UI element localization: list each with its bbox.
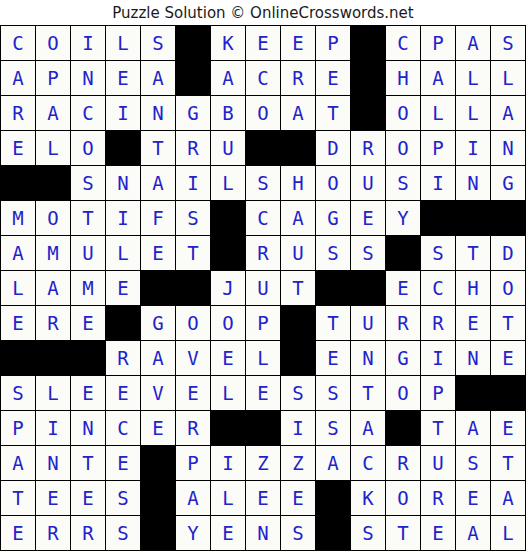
letter-cell-r12c13: T <box>421 411 455 445</box>
letter-cell-r12c11: A <box>351 411 385 445</box>
letter-cell-r4c11: R <box>351 131 385 165</box>
block-cell-r6c14 <box>456 201 490 235</box>
letter-cell-r11c3: E <box>71 376 105 410</box>
letter-cell-r3c6: G <box>176 96 210 130</box>
letter-cell-r5c5: A <box>141 166 175 200</box>
block-cell-r1c6 <box>176 26 210 60</box>
letter-cell-r6c10: G <box>316 201 350 235</box>
letter-cell-r14c6: A <box>176 481 210 515</box>
letter-cell-r10c15: E <box>491 341 525 375</box>
letter-cell-r12c4: C <box>106 411 140 445</box>
letter-cell-r13c7: I <box>211 446 245 480</box>
letter-cell-r14c8: E <box>246 481 280 515</box>
block-cell-r6c7 <box>211 201 245 235</box>
letter-cell-r14c3: E <box>71 481 105 515</box>
letter-cell-r5c6: I <box>176 166 210 200</box>
letter-cell-r9c11: U <box>351 306 385 340</box>
letter-cell-r12c9: I <box>281 411 315 445</box>
letter-cell-r12c15: E <box>491 411 525 445</box>
letter-cell-r2c2: P <box>36 61 70 95</box>
letter-cell-r15c3: R <box>71 516 105 550</box>
letter-cell-r8c12: E <box>386 271 420 305</box>
letter-cell-r9c13: R <box>421 306 455 340</box>
letter-cell-r7c1: A <box>1 236 35 270</box>
block-cell-r11c15 <box>491 376 525 410</box>
block-cell-r3c11 <box>351 96 385 130</box>
letter-cell-r2c5: A <box>141 61 175 95</box>
block-cell-r1c11 <box>351 26 385 60</box>
letter-cell-r3c2: A <box>36 96 70 130</box>
block-cell-r6c15 <box>491 201 525 235</box>
letter-cell-r4c7: U <box>211 131 245 165</box>
letter-cell-r5c13: I <box>421 166 455 200</box>
letter-cell-r2c12: H <box>386 61 420 95</box>
letter-cell-r7c9: U <box>281 236 315 270</box>
letter-cell-r14c15: A <box>491 481 525 515</box>
letter-cell-r15c14: A <box>456 516 490 550</box>
letter-cell-r14c2: E <box>36 481 70 515</box>
letter-cell-r15c1: E <box>1 516 35 550</box>
block-cell-r2c6 <box>176 61 210 95</box>
letter-cell-r6c9: A <box>281 201 315 235</box>
letter-cell-r15c13: E <box>421 516 455 550</box>
letter-cell-r12c3: N <box>71 411 105 445</box>
letter-cell-r13c6: P <box>176 446 210 480</box>
letter-cell-r2c8: C <box>246 61 280 95</box>
letter-cell-r5c12: S <box>386 166 420 200</box>
letter-cell-r11c1: S <box>1 376 35 410</box>
letter-cell-r8c9: T <box>281 271 315 305</box>
block-cell-r9c9 <box>281 306 315 340</box>
letter-cell-r12c2: I <box>36 411 70 445</box>
letter-cell-r1c9: E <box>281 26 315 60</box>
block-cell-r12c7 <box>211 411 245 445</box>
letter-cell-r12c10: S <box>316 411 350 445</box>
letter-cell-r10c5: A <box>141 341 175 375</box>
letter-cell-r6c1: M <box>1 201 35 235</box>
page-title: Puzzle Solution © OnlineCrosswords.net <box>0 0 526 25</box>
letter-cell-r10c4: R <box>106 341 140 375</box>
block-cell-r12c8 <box>246 411 280 445</box>
letter-cell-r4c1: E <box>1 131 35 165</box>
letter-cell-r1c7: K <box>211 26 245 60</box>
block-cell-r6c13 <box>421 201 455 235</box>
letter-cell-r1c1: C <box>1 26 35 60</box>
letter-cell-r14c9: E <box>281 481 315 515</box>
letter-cell-r9c12: R <box>386 306 420 340</box>
letter-cell-r11c6: E <box>176 376 210 410</box>
block-cell-r8c11 <box>351 271 385 305</box>
letter-cell-r3c13: L <box>421 96 455 130</box>
letter-cell-r6c3: T <box>71 201 105 235</box>
letter-cell-r11c8: E <box>246 376 280 410</box>
letter-cell-r15c6: Y <box>176 516 210 550</box>
letter-cell-r1c13: P <box>421 26 455 60</box>
letter-cell-r13c13: U <box>421 446 455 480</box>
letter-cell-r11c11: T <box>351 376 385 410</box>
letter-cell-r2c1: A <box>1 61 35 95</box>
letter-cell-r9c2: R <box>36 306 70 340</box>
letter-cell-r3c4: I <box>106 96 140 130</box>
letter-cell-r5c3: S <box>71 166 105 200</box>
letter-cell-r11c13: P <box>421 376 455 410</box>
letter-cell-r1c14: A <box>456 26 490 60</box>
block-cell-r7c12 <box>386 236 420 270</box>
block-cell-r10c3 <box>71 341 105 375</box>
block-cell-r9c4 <box>106 306 140 340</box>
block-cell-r5c1 <box>1 166 35 200</box>
letter-cell-r3c3: C <box>71 96 105 130</box>
letter-cell-r1c2: O <box>36 26 70 60</box>
letter-cell-r14c1: T <box>1 481 35 515</box>
letter-cell-r8c13: C <box>421 271 455 305</box>
letter-cell-r8c15: O <box>491 271 525 305</box>
letter-cell-r2c3: N <box>71 61 105 95</box>
letter-cell-r9c10: T <box>316 306 350 340</box>
letter-cell-r9c15: T <box>491 306 525 340</box>
letter-cell-r12c5: E <box>141 411 175 445</box>
letter-cell-r13c12: R <box>386 446 420 480</box>
letter-cell-r14c7: L <box>211 481 245 515</box>
letter-cell-r14c11: K <box>351 481 385 515</box>
letter-cell-r1c15: S <box>491 26 525 60</box>
letter-cell-r10c7: E <box>211 341 245 375</box>
letter-cell-r6c8: C <box>246 201 280 235</box>
letter-cell-r12c1: P <box>1 411 35 445</box>
letter-cell-r8c3: M <box>71 271 105 305</box>
letter-cell-r7c8: R <box>246 236 280 270</box>
letter-cell-r13c11: C <box>351 446 385 480</box>
letter-cell-r1c3: I <box>71 26 105 60</box>
letter-cell-r5c15: G <box>491 166 525 200</box>
letter-cell-r15c7: E <box>211 516 245 550</box>
letter-cell-r1c12: C <box>386 26 420 60</box>
letter-cell-r9c8: P <box>246 306 280 340</box>
letter-cell-r13c9: Z <box>281 446 315 480</box>
letter-cell-r5c8: S <box>246 166 280 200</box>
letter-cell-r4c10: D <box>316 131 350 165</box>
letter-cell-r5c11: U <box>351 166 385 200</box>
letter-cell-r10c12: G <box>386 341 420 375</box>
block-cell-r15c10 <box>316 516 350 550</box>
letter-cell-r9c1: E <box>1 306 35 340</box>
crossword-grid: COILSKEEPCPASAPNEAACREHALLRACINGBOATOLLA… <box>0 25 526 551</box>
letter-cell-r14c13: R <box>421 481 455 515</box>
letter-cell-r4c14: I <box>456 131 490 165</box>
letter-cell-r9c5: G <box>141 306 175 340</box>
letter-cell-r15c9: S <box>281 516 315 550</box>
letter-cell-r6c6: S <box>176 201 210 235</box>
letter-cell-r13c15: T <box>491 446 525 480</box>
letter-cell-r7c10: S <box>316 236 350 270</box>
letter-cell-r10c13: I <box>421 341 455 375</box>
letter-cell-r13c4: E <box>106 446 140 480</box>
letter-cell-r9c7: O <box>211 306 245 340</box>
letter-cell-r15c4: S <box>106 516 140 550</box>
letter-cell-r4c3: O <box>71 131 105 165</box>
letter-cell-r15c11: S <box>351 516 385 550</box>
letter-cell-r9c6: O <box>176 306 210 340</box>
block-cell-r8c6 <box>176 271 210 305</box>
letter-cell-r3c5: N <box>141 96 175 130</box>
letter-cell-r10c6: V <box>176 341 210 375</box>
letter-cell-r10c10: E <box>316 341 350 375</box>
letter-cell-r13c3: T <box>71 446 105 480</box>
letter-cell-r5c9: H <box>281 166 315 200</box>
letter-cell-r1c4: L <box>106 26 140 60</box>
letter-cell-r9c14: E <box>456 306 490 340</box>
letter-cell-r7c5: E <box>141 236 175 270</box>
letter-cell-r6c2: O <box>36 201 70 235</box>
letter-cell-r3c1: R <box>1 96 35 130</box>
letter-cell-r11c5: V <box>141 376 175 410</box>
letter-cell-r2c10: E <box>316 61 350 95</box>
letter-cell-r2c14: L <box>456 61 490 95</box>
letter-cell-r11c4: E <box>106 376 140 410</box>
letter-cell-r6c12: Y <box>386 201 420 235</box>
block-cell-r4c4 <box>106 131 140 165</box>
letter-cell-r1c10: P <box>316 26 350 60</box>
letter-cell-r15c12: T <box>386 516 420 550</box>
letter-cell-r2c4: E <box>106 61 140 95</box>
letter-cell-r11c7: L <box>211 376 245 410</box>
letter-cell-r14c12: O <box>386 481 420 515</box>
letter-cell-r13c14: S <box>456 446 490 480</box>
letter-cell-r3c15: A <box>491 96 525 130</box>
letter-cell-r5c7: L <box>211 166 245 200</box>
letter-cell-r8c2: A <box>36 271 70 305</box>
letter-cell-r7c11: S <box>351 236 385 270</box>
letter-cell-r2c7: A <box>211 61 245 95</box>
letter-cell-r1c5: S <box>141 26 175 60</box>
letter-cell-r4c12: O <box>386 131 420 165</box>
letter-cell-r12c14: A <box>456 411 490 445</box>
letter-cell-r2c15: L <box>491 61 525 95</box>
letter-cell-r4c15: N <box>491 131 525 165</box>
letter-cell-r13c8: Z <box>246 446 280 480</box>
block-cell-r4c8 <box>246 131 280 165</box>
letter-cell-r3c7: B <box>211 96 245 130</box>
letter-cell-r5c4: N <box>106 166 140 200</box>
letter-cell-r9c3: E <box>71 306 105 340</box>
letter-cell-r11c12: O <box>386 376 420 410</box>
block-cell-r15c5 <box>141 516 175 550</box>
letter-cell-r11c10: S <box>316 376 350 410</box>
letter-cell-r4c2: L <box>36 131 70 165</box>
letter-cell-r6c4: I <box>106 201 140 235</box>
letter-cell-r3c8: O <box>246 96 280 130</box>
block-cell-r8c10 <box>316 271 350 305</box>
letter-cell-r5c10: O <box>316 166 350 200</box>
block-cell-r7c7 <box>211 236 245 270</box>
block-cell-r4c9 <box>281 131 315 165</box>
letter-cell-r2c9: R <box>281 61 315 95</box>
letter-cell-r13c2: N <box>36 446 70 480</box>
letter-cell-r4c6: R <box>176 131 210 165</box>
letter-cell-r15c8: N <box>246 516 280 550</box>
letter-cell-r7c13: S <box>421 236 455 270</box>
letter-cell-r7c15: D <box>491 236 525 270</box>
letter-cell-r3c9: A <box>281 96 315 130</box>
block-cell-r14c5 <box>141 481 175 515</box>
letter-cell-r3c12: O <box>386 96 420 130</box>
letter-cell-r15c15: L <box>491 516 525 550</box>
letter-cell-r10c14: N <box>456 341 490 375</box>
block-cell-r12c12 <box>386 411 420 445</box>
letter-cell-r4c5: T <box>141 131 175 165</box>
letter-cell-r15c2: R <box>36 516 70 550</box>
block-cell-r14c10 <box>316 481 350 515</box>
letter-cell-r14c14: E <box>456 481 490 515</box>
letter-cell-r8c4: E <box>106 271 140 305</box>
block-cell-r10c2 <box>36 341 70 375</box>
letter-cell-r12c6: R <box>176 411 210 445</box>
letter-cell-r7c2: M <box>36 236 70 270</box>
letter-cell-r7c4: L <box>106 236 140 270</box>
block-cell-r10c1 <box>1 341 35 375</box>
letter-cell-r8c1: L <box>1 271 35 305</box>
letter-cell-r11c9: S <box>281 376 315 410</box>
block-cell-r10c9 <box>281 341 315 375</box>
letter-cell-r7c3: U <box>71 236 105 270</box>
letter-cell-r3c14: L <box>456 96 490 130</box>
letter-cell-r11c2: L <box>36 376 70 410</box>
letter-cell-r1c8: E <box>246 26 280 60</box>
block-cell-r2c11 <box>351 61 385 95</box>
letter-cell-r7c14: T <box>456 236 490 270</box>
letter-cell-r10c8: L <box>246 341 280 375</box>
block-cell-r13c5 <box>141 446 175 480</box>
letter-cell-r3c10: T <box>316 96 350 130</box>
letter-cell-r4c13: P <box>421 131 455 165</box>
block-cell-r8c5 <box>141 271 175 305</box>
block-cell-r11c14 <box>456 376 490 410</box>
letter-cell-r10c11: N <box>351 341 385 375</box>
block-cell-r5c2 <box>36 166 70 200</box>
letter-cell-r5c14: N <box>456 166 490 200</box>
letter-cell-r8c8: U <box>246 271 280 305</box>
letter-cell-r13c1: A <box>1 446 35 480</box>
puzzle-solution-page: Puzzle Solution © OnlineCrosswords.net C… <box>0 0 526 551</box>
letter-cell-r13c10: A <box>316 446 350 480</box>
letter-cell-r6c5: F <box>141 201 175 235</box>
letter-cell-r8c14: H <box>456 271 490 305</box>
letter-cell-r8c7: J <box>211 271 245 305</box>
letter-cell-r6c11: E <box>351 201 385 235</box>
letter-cell-r14c4: S <box>106 481 140 515</box>
letter-cell-r2c13: A <box>421 61 455 95</box>
letter-cell-r7c6: T <box>176 236 210 270</box>
